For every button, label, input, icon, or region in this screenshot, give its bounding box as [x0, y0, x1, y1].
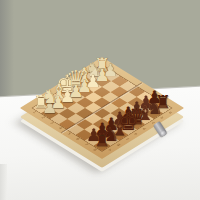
scene: 12345678 abcdefgh ♜♟♟♜♞♟♟♞♝♟♟♝♛♟♟♛♚♟♟♚♝♟…	[0, 0, 200, 200]
table-corner-edge	[0, 164, 7, 200]
